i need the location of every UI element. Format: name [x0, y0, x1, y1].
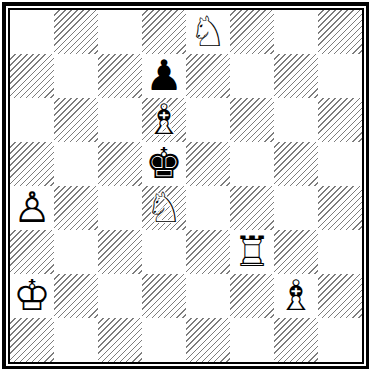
square-c7[interactable] [98, 54, 142, 98]
square-f4[interactable] [230, 186, 274, 230]
square-h1[interactable] [318, 318, 362, 362]
square-c5[interactable] [98, 142, 142, 186]
square-h3[interactable] [318, 230, 362, 274]
square-g2[interactable]: ♗ [274, 274, 318, 318]
square-a2[interactable]: ♔ [10, 274, 54, 318]
square-g4[interactable] [274, 186, 318, 230]
square-h7[interactable] [318, 54, 362, 98]
square-b8[interactable] [54, 10, 98, 54]
square-e7[interactable] [186, 54, 230, 98]
square-c3[interactable] [98, 230, 142, 274]
square-e5[interactable] [186, 142, 230, 186]
square-f3[interactable]: ♖ [230, 230, 274, 274]
square-a6[interactable] [10, 98, 54, 142]
square-g8[interactable] [274, 10, 318, 54]
square-c8[interactable] [98, 10, 142, 54]
square-h8[interactable] [318, 10, 362, 54]
chess-diagram: ♘♟♗♚♙♘♖♔♗ [0, 0, 369, 369]
square-b3[interactable] [54, 230, 98, 274]
square-d8[interactable] [142, 10, 186, 54]
chess-board: ♘♟♗♚♙♘♖♔♗ [8, 8, 364, 364]
square-f2[interactable] [230, 274, 274, 318]
white-bishop-d6[interactable]: ♗ [145, 98, 183, 142]
square-h5[interactable] [318, 142, 362, 186]
square-d4[interactable]: ♘ [142, 186, 186, 230]
square-a3[interactable] [10, 230, 54, 274]
square-e3[interactable] [186, 230, 230, 274]
square-b6[interactable] [54, 98, 98, 142]
square-e8[interactable]: ♘ [186, 10, 230, 54]
square-g6[interactable] [274, 98, 318, 142]
square-f1[interactable] [230, 318, 274, 362]
square-a7[interactable] [10, 54, 54, 98]
square-g1[interactable] [274, 318, 318, 362]
square-a8[interactable] [10, 10, 54, 54]
black-pawn-d7[interactable]: ♟ [145, 54, 183, 98]
square-b2[interactable] [54, 274, 98, 318]
square-d2[interactable] [142, 274, 186, 318]
square-c6[interactable] [98, 98, 142, 142]
square-e2[interactable] [186, 274, 230, 318]
square-c1[interactable] [98, 318, 142, 362]
square-h2[interactable] [318, 274, 362, 318]
square-d5[interactable]: ♚ [142, 142, 186, 186]
square-e4[interactable] [186, 186, 230, 230]
square-g3[interactable] [274, 230, 318, 274]
square-d6[interactable]: ♗ [142, 98, 186, 142]
square-f8[interactable] [230, 10, 274, 54]
white-knight-e8[interactable]: ♘ [189, 10, 227, 54]
square-g5[interactable] [274, 142, 318, 186]
square-g7[interactable] [274, 54, 318, 98]
board-frame: ♘♟♗♚♙♘♖♔♗ [2, 2, 369, 369]
square-b4[interactable] [54, 186, 98, 230]
square-h6[interactable] [318, 98, 362, 142]
square-a4[interactable]: ♙ [10, 186, 54, 230]
square-d3[interactable] [142, 230, 186, 274]
square-e1[interactable] [186, 318, 230, 362]
square-e6[interactable] [186, 98, 230, 142]
square-b7[interactable] [54, 54, 98, 98]
white-bishop-g2[interactable]: ♗ [277, 274, 315, 318]
black-king-d5[interactable]: ♚ [145, 142, 183, 186]
square-d7[interactable]: ♟ [142, 54, 186, 98]
square-c4[interactable] [98, 186, 142, 230]
square-f5[interactable] [230, 142, 274, 186]
square-b1[interactable] [54, 318, 98, 362]
white-knight-d4[interactable]: ♘ [145, 186, 183, 230]
square-f6[interactable] [230, 98, 274, 142]
white-king-a2[interactable]: ♔ [13, 274, 51, 318]
square-h4[interactable] [318, 186, 362, 230]
white-rook-f3[interactable]: ♖ [233, 230, 271, 274]
square-a5[interactable] [10, 142, 54, 186]
square-c2[interactable] [98, 274, 142, 318]
square-a1[interactable] [10, 318, 54, 362]
square-f7[interactable] [230, 54, 274, 98]
square-d1[interactable] [142, 318, 186, 362]
white-pawn-a4[interactable]: ♙ [13, 186, 51, 230]
square-b5[interactable] [54, 142, 98, 186]
